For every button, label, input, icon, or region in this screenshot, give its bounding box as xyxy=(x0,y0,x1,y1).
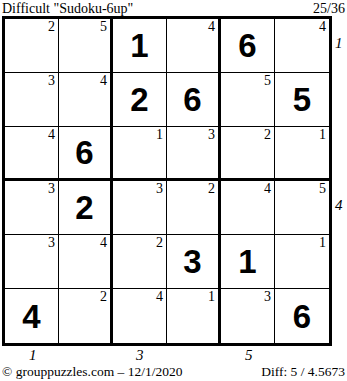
cell-r6c1[interactable]: 4 xyxy=(5,289,59,343)
pencil-digit: 4 xyxy=(264,181,271,196)
cell-r2c3[interactable]: 2 xyxy=(113,73,167,127)
cell-r2c2[interactable]: 4 xyxy=(59,73,113,127)
cell-r4c6[interactable]: 5 xyxy=(275,181,329,235)
given-digit: 2 xyxy=(75,191,93,224)
cell-r3c2[interactable]: 6 xyxy=(59,127,113,181)
pencil-digit: 2 xyxy=(156,235,163,250)
pencil-digit: 1 xyxy=(208,289,215,304)
pencil-digit: 3 xyxy=(48,181,55,196)
col-marker-3: 3 xyxy=(136,347,144,364)
cell-r5c2[interactable]: 4 xyxy=(59,235,113,289)
pencil-digit: 3 xyxy=(264,289,271,304)
pencil-digit: 5 xyxy=(264,73,271,88)
cell-r1c3[interactable]: 1 xyxy=(113,19,167,73)
given-digit: 6 xyxy=(238,29,256,62)
cell-r3c5[interactable]: 2 xyxy=(221,127,275,181)
pencil-digit: 3 xyxy=(48,73,55,88)
row-marker-1: 1 xyxy=(335,35,343,52)
pencil-digit: 4 xyxy=(156,289,163,304)
cell-r1c1[interactable]: 2 xyxy=(5,19,59,73)
cell-r6c3[interactable]: 4 xyxy=(113,289,167,343)
pencil-digit: 1 xyxy=(319,235,326,250)
cell-r6c2[interactable]: 2 xyxy=(59,289,113,343)
puzzle-page: Difficult "Sudoku-6up" 25/36 25146434265… xyxy=(0,0,347,381)
pencil-digit: 3 xyxy=(208,127,215,142)
pencil-digit: 1 xyxy=(319,127,326,142)
cell-r6c5[interactable]: 3 xyxy=(221,289,275,343)
cell-r5c3[interactable]: 2 xyxy=(113,235,167,289)
cell-r3c6[interactable]: 1 xyxy=(275,127,329,181)
pencil-digit: 3 xyxy=(48,235,55,250)
pencil-digit: 4 xyxy=(100,73,107,88)
pencil-digit: 1 xyxy=(156,127,163,142)
cell-r4c2[interactable]: 2 xyxy=(59,181,113,235)
given-digit: 6 xyxy=(293,300,311,333)
col-marker-5: 5 xyxy=(245,347,253,364)
cell-r4c4[interactable]: 2 xyxy=(167,181,221,235)
cell-r4c5[interactable]: 4 xyxy=(221,181,275,235)
col-marker-1: 1 xyxy=(29,347,37,364)
cell-r5c1[interactable]: 3 xyxy=(5,235,59,289)
cell-r4c1[interactable]: 3 xyxy=(5,181,59,235)
cell-r5c5[interactable]: 1 xyxy=(221,235,275,289)
cell-r3c1[interactable]: 4 xyxy=(5,127,59,181)
given-digit: 1 xyxy=(238,245,256,278)
cell-r2c6[interactable]: 5 xyxy=(275,73,329,127)
pencil-digit: 4 xyxy=(319,19,326,34)
cell-r1c2[interactable]: 5 xyxy=(59,19,113,73)
difficulty-text: Diff: 5 / 4.5673 xyxy=(261,364,345,380)
given-digit: 6 xyxy=(183,83,201,116)
pencil-digit: 3 xyxy=(156,181,163,196)
given-digit: 2 xyxy=(130,83,148,116)
cell-r2c4[interactable]: 6 xyxy=(167,73,221,127)
cell-r4c3[interactable]: 3 xyxy=(113,181,167,235)
cell-r1c5[interactable]: 6 xyxy=(221,19,275,73)
cell-r2c5[interactable]: 5 xyxy=(221,73,275,127)
given-digit: 6 xyxy=(75,136,93,169)
puzzle-counter: 25/36 xyxy=(313,1,345,17)
pencil-digit: 2 xyxy=(48,19,55,34)
pencil-digit: 4 xyxy=(100,235,107,250)
page-title: Difficult "Sudoku-6up" xyxy=(2,1,133,17)
cell-r3c3[interactable]: 1 xyxy=(113,127,167,181)
pencil-digit: 4 xyxy=(48,127,55,142)
cell-r1c4[interactable]: 4 xyxy=(167,19,221,73)
row-marker-4: 4 xyxy=(335,197,343,214)
pencil-digit: 4 xyxy=(208,19,215,34)
cell-r6c6[interactable]: 6 xyxy=(275,289,329,343)
sudoku-board: 251464342655461321323245342311424136 xyxy=(2,16,332,346)
cell-r2c1[interactable]: 3 xyxy=(5,73,59,127)
copyright-text: © grouppuzzles.com – 12/1/2020 xyxy=(2,364,182,380)
cell-r3c4[interactable]: 3 xyxy=(167,127,221,181)
pencil-digit: 2 xyxy=(100,289,107,304)
pencil-digit: 2 xyxy=(208,181,215,196)
cell-r1c6[interactable]: 4 xyxy=(275,19,329,73)
given-digit: 5 xyxy=(293,83,311,116)
pencil-digit: 5 xyxy=(100,19,107,34)
given-digit: 3 xyxy=(183,245,201,278)
pencil-digit: 2 xyxy=(264,127,271,142)
cell-r5c4[interactable]: 3 xyxy=(167,235,221,289)
given-digit: 4 xyxy=(22,300,40,333)
cell-r5c6[interactable]: 1 xyxy=(275,235,329,289)
given-digit: 1 xyxy=(130,29,148,62)
cell-r6c4[interactable]: 1 xyxy=(167,289,221,343)
pencil-digit: 5 xyxy=(319,181,326,196)
